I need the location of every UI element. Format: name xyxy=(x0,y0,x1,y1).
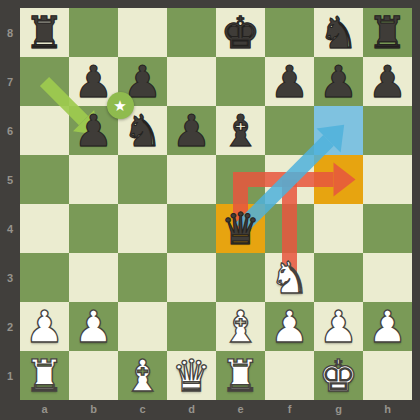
rank-label-4: 4 xyxy=(0,204,20,253)
square-d2[interactable] xyxy=(167,302,216,351)
square-e1[interactable] xyxy=(216,351,265,400)
file-label-b: b xyxy=(69,401,118,417)
square-a5[interactable] xyxy=(20,155,69,204)
square-h8[interactable] xyxy=(363,8,412,57)
square-g2[interactable] xyxy=(314,302,363,351)
square-d1[interactable] xyxy=(167,351,216,400)
square-f5[interactable] xyxy=(265,155,314,204)
square-h7[interactable] xyxy=(363,57,412,106)
square-f2[interactable] xyxy=(265,302,314,351)
square-f8[interactable] xyxy=(265,8,314,57)
square-g7[interactable] xyxy=(314,57,363,106)
square-c4[interactable] xyxy=(118,204,167,253)
file-label-f: f xyxy=(265,401,314,417)
square-e3[interactable] xyxy=(216,253,265,302)
square-c5[interactable] xyxy=(118,155,167,204)
square-b8[interactable] xyxy=(69,8,118,57)
rank-label-8: 8 xyxy=(0,8,20,57)
rank-label-7: 7 xyxy=(0,57,20,106)
square-a6[interactable] xyxy=(20,106,69,155)
square-a8[interactable] xyxy=(20,8,69,57)
square-a7[interactable] xyxy=(20,57,69,106)
file-label-d: d xyxy=(167,401,216,417)
rank-label-5: 5 xyxy=(0,155,20,204)
square-e2[interactable] xyxy=(216,302,265,351)
square-g4[interactable] xyxy=(314,204,363,253)
square-b3[interactable] xyxy=(69,253,118,302)
square-h5[interactable] xyxy=(363,155,412,204)
square-b2[interactable] xyxy=(69,302,118,351)
file-label-e: e xyxy=(216,401,265,417)
square-h2[interactable] xyxy=(363,302,412,351)
square-h3[interactable] xyxy=(363,253,412,302)
rank-label-6: 6 xyxy=(0,106,20,155)
square-h6[interactable] xyxy=(363,106,412,155)
square-g8[interactable] xyxy=(314,8,363,57)
square-d6[interactable] xyxy=(167,106,216,155)
board: ♜♚♞♜♟♟♟♟♟♟♞♟♝♛♞♟♟♝♟♟♟♜♝♛♜♚ ★ xyxy=(20,8,412,400)
square-d7[interactable] xyxy=(167,57,216,106)
square-b1[interactable] xyxy=(69,351,118,400)
square-f6[interactable] xyxy=(265,106,314,155)
file-label-g: g xyxy=(314,401,363,417)
file-label-h: h xyxy=(363,401,412,417)
square-e4[interactable] xyxy=(216,204,265,253)
square-c1[interactable] xyxy=(118,351,167,400)
square-a4[interactable] xyxy=(20,204,69,253)
file-label-c: c xyxy=(118,401,167,417)
file-label-a: a xyxy=(20,401,69,417)
star-move-badge: ★ xyxy=(107,92,134,119)
square-g3[interactable] xyxy=(314,253,363,302)
square-e8[interactable] xyxy=(216,8,265,57)
square-d4[interactable] xyxy=(167,204,216,253)
square-a2[interactable] xyxy=(20,302,69,351)
square-f3[interactable] xyxy=(265,253,314,302)
square-d8[interactable] xyxy=(167,8,216,57)
square-f1[interactable] xyxy=(265,351,314,400)
square-h1[interactable] xyxy=(363,351,412,400)
chess-app-frame: ♜♚♞♜♟♟♟♟♟♟♞♟♝♛♞♟♟♝♟♟♟♜♝♛♜♚ ★ 87654321abc… xyxy=(0,0,420,420)
square-c2[interactable] xyxy=(118,302,167,351)
square-a1[interactable] xyxy=(20,351,69,400)
square-f7[interactable] xyxy=(265,57,314,106)
square-c3[interactable] xyxy=(118,253,167,302)
square-c8[interactable] xyxy=(118,8,167,57)
square-d3[interactable] xyxy=(167,253,216,302)
square-b5[interactable] xyxy=(69,155,118,204)
rank-label-1: 1 xyxy=(0,351,20,400)
square-g6[interactable] xyxy=(314,106,363,155)
square-h4[interactable] xyxy=(363,204,412,253)
square-a3[interactable] xyxy=(20,253,69,302)
square-e5[interactable] xyxy=(216,155,265,204)
square-d5[interactable] xyxy=(167,155,216,204)
square-e6[interactable] xyxy=(216,106,265,155)
square-e7[interactable] xyxy=(216,57,265,106)
square-b4[interactable] xyxy=(69,204,118,253)
square-g1[interactable] xyxy=(314,351,363,400)
square-f4[interactable] xyxy=(265,204,314,253)
rank-label-2: 2 xyxy=(0,302,20,351)
square-g5[interactable] xyxy=(314,155,363,204)
rank-label-3: 3 xyxy=(0,253,20,302)
